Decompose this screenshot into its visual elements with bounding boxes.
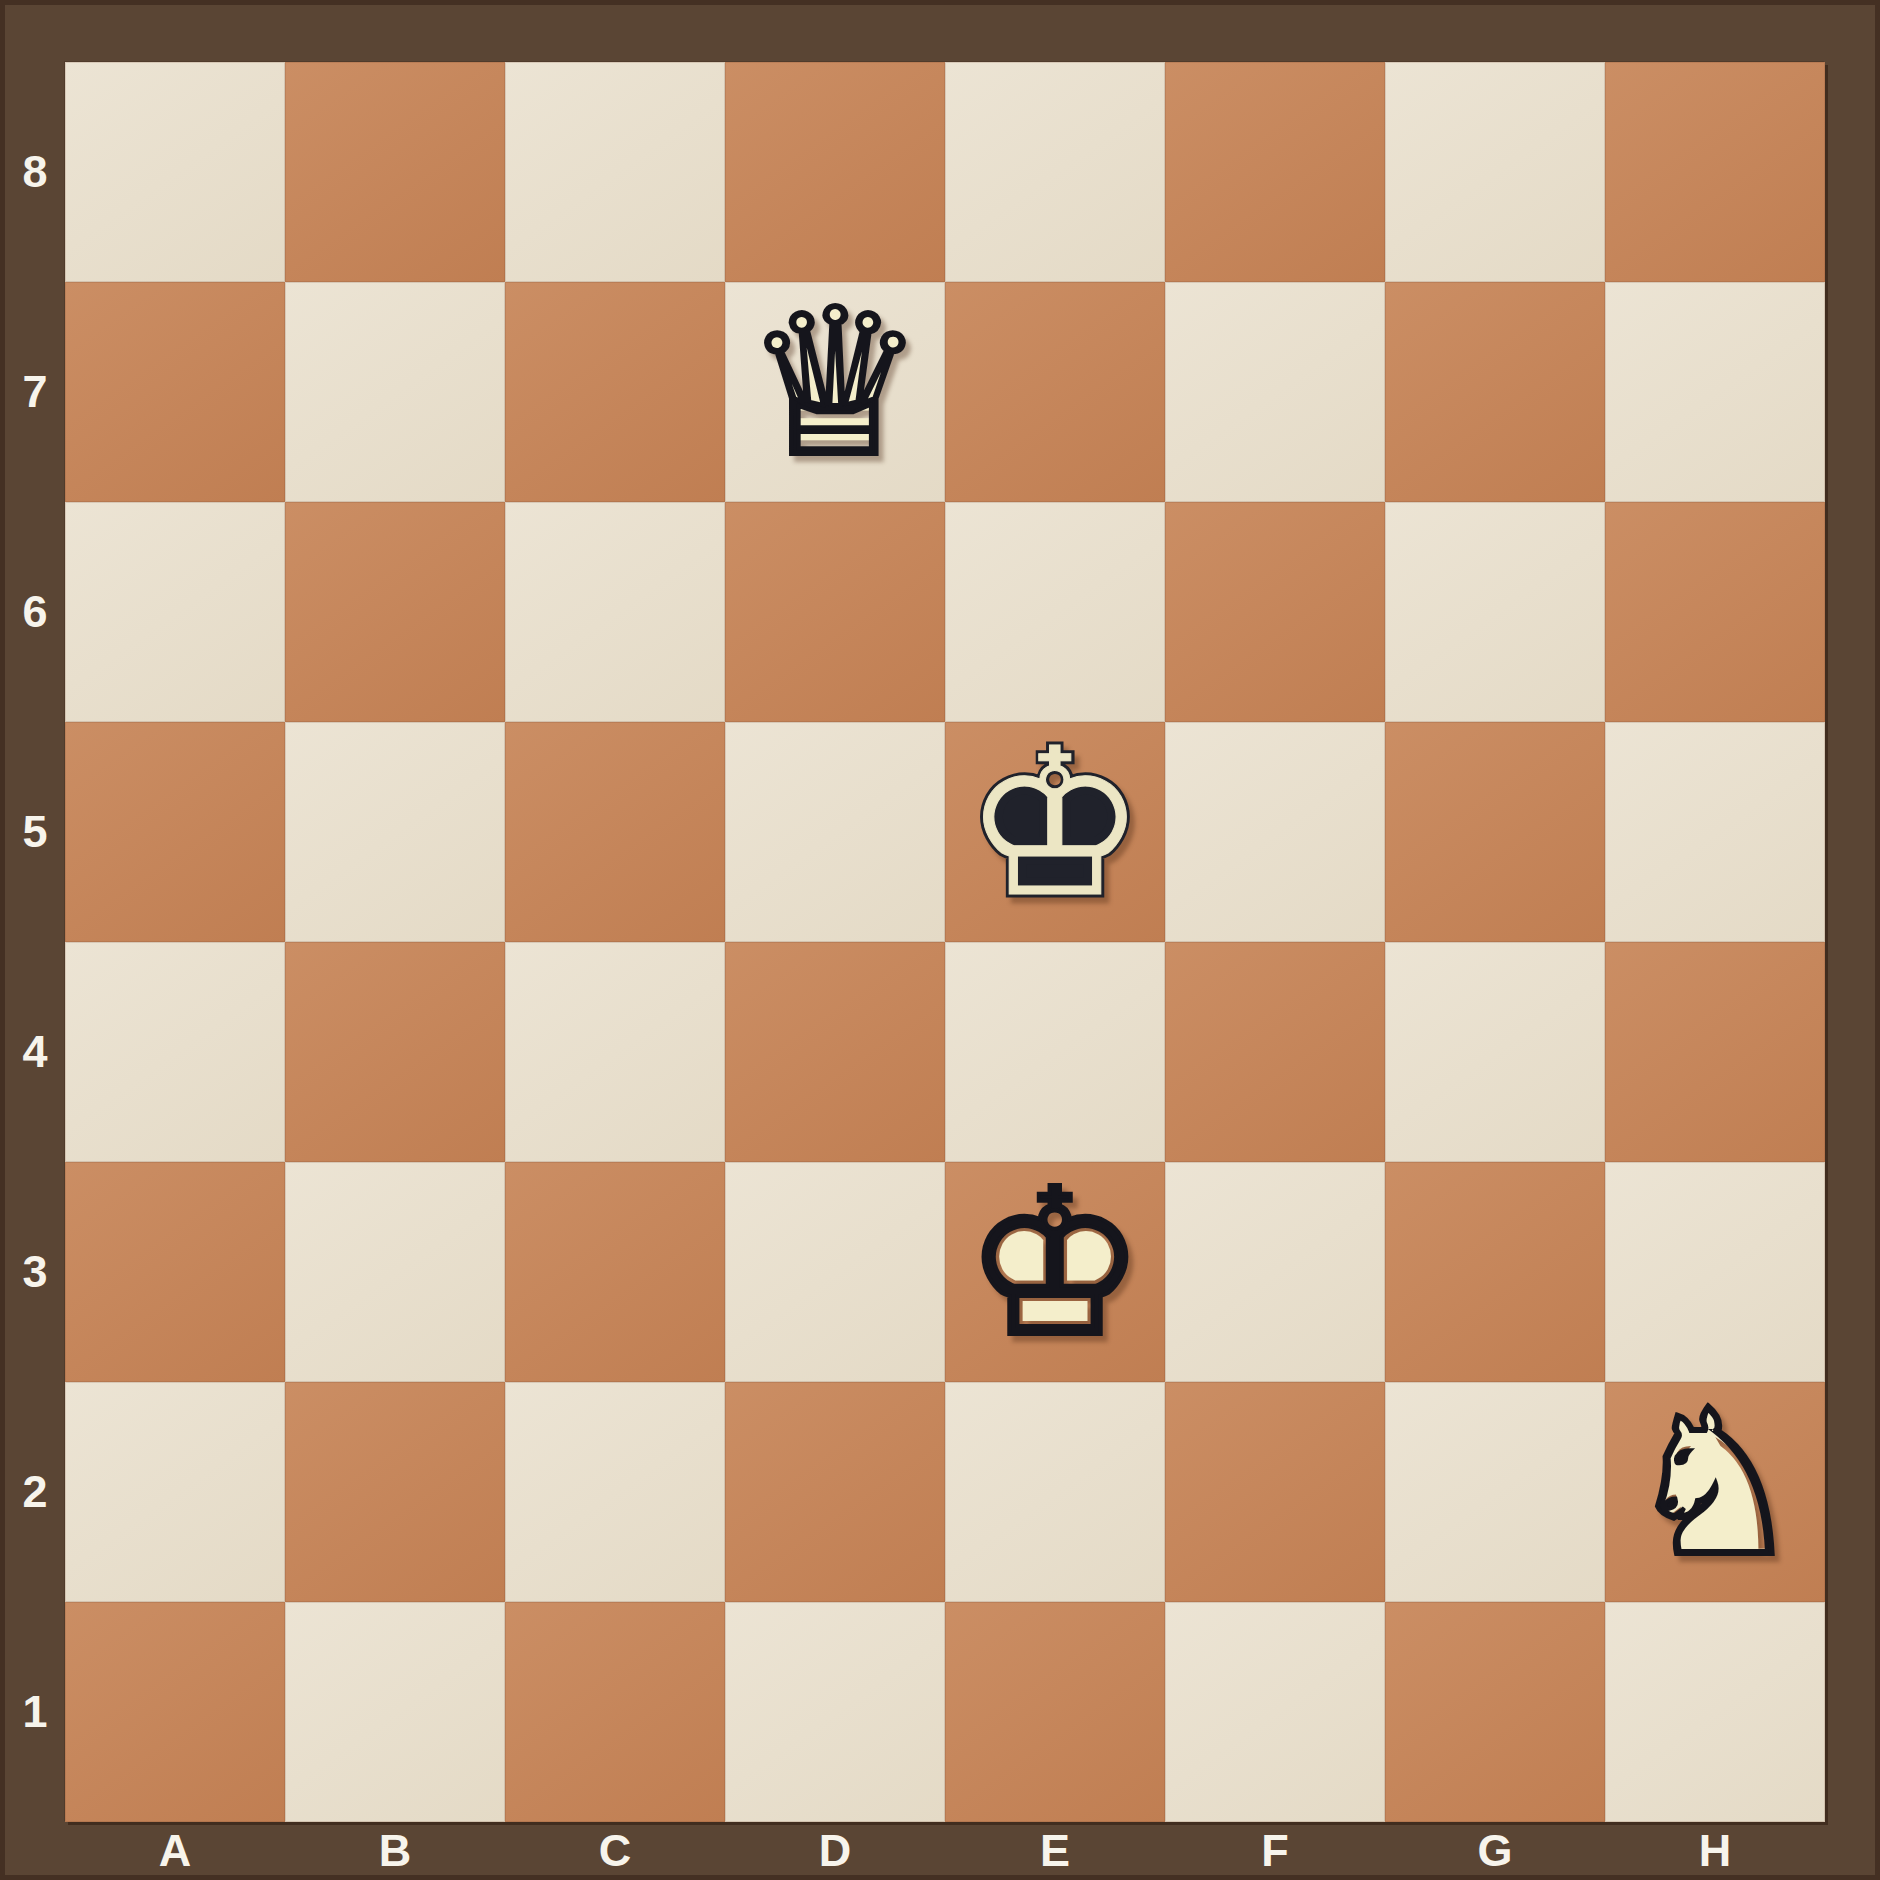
square-b8[interactable] xyxy=(285,62,505,282)
file-label-h: H xyxy=(1605,1822,1825,1880)
black-king-glyph-outline: ♔ xyxy=(964,722,1147,926)
board-frame: 87654321 ABCDEFGH ♛♕♚♔♚♔♞♘ xyxy=(0,0,1880,1880)
rank-label-6: 6 xyxy=(5,502,65,722)
board: ♛♕♚♔♚♔♞♘ xyxy=(65,62,1825,1822)
black-king[interactable]: ♚♔ xyxy=(945,722,1165,942)
square-a5[interactable] xyxy=(65,722,285,942)
rank-label-7: 7 xyxy=(5,282,65,502)
rank-label-3: 3 xyxy=(5,1162,65,1382)
square-g5[interactable] xyxy=(1385,722,1605,942)
square-d8[interactable] xyxy=(725,62,945,282)
square-d4[interactable] xyxy=(725,942,945,1162)
square-c7[interactable] xyxy=(505,282,725,502)
square-c5[interactable] xyxy=(505,722,725,942)
square-h5[interactable] xyxy=(1605,722,1825,942)
square-d7[interactable]: ♛♕ xyxy=(725,282,945,502)
square-f3[interactable] xyxy=(1165,1162,1385,1382)
rank-label-8: 8 xyxy=(5,62,65,282)
square-d6[interactable] xyxy=(725,502,945,722)
file-label-c: C xyxy=(505,1822,725,1880)
square-g4[interactable] xyxy=(1385,942,1605,1162)
square-d2[interactable] xyxy=(725,1382,945,1602)
square-e1[interactable] xyxy=(945,1602,1165,1822)
rank-labels: 87654321 xyxy=(5,62,65,1822)
square-c3[interactable] xyxy=(505,1162,725,1382)
square-b6[interactable] xyxy=(285,502,505,722)
square-d1[interactable] xyxy=(725,1602,945,1822)
square-f2[interactable] xyxy=(1165,1382,1385,1602)
square-e4[interactable] xyxy=(945,942,1165,1162)
white-queen[interactable]: ♛♕ xyxy=(725,282,945,502)
square-e2[interactable] xyxy=(945,1382,1165,1602)
square-a4[interactable] xyxy=(65,942,285,1162)
square-b3[interactable] xyxy=(285,1162,505,1382)
square-g7[interactable] xyxy=(1385,282,1605,502)
file-label-e: E xyxy=(945,1822,1165,1880)
square-g1[interactable] xyxy=(1385,1602,1605,1822)
square-f5[interactable] xyxy=(1165,722,1385,942)
square-h4[interactable] xyxy=(1605,942,1825,1162)
square-c2[interactable] xyxy=(505,1382,725,1602)
square-b1[interactable] xyxy=(285,1602,505,1822)
rank-label-4: 4 xyxy=(5,942,65,1162)
file-label-b: B xyxy=(285,1822,505,1880)
square-b5[interactable] xyxy=(285,722,505,942)
square-g2[interactable] xyxy=(1385,1382,1605,1602)
square-a2[interactable] xyxy=(65,1382,285,1602)
square-a3[interactable] xyxy=(65,1162,285,1382)
white-knight[interactable]: ♞♘ xyxy=(1605,1382,1825,1602)
square-e6[interactable] xyxy=(945,502,1165,722)
square-h6[interactable] xyxy=(1605,502,1825,722)
square-f1[interactable] xyxy=(1165,1602,1385,1822)
file-label-g: G xyxy=(1385,1822,1605,1880)
square-d5[interactable] xyxy=(725,722,945,942)
white-king[interactable]: ♚♔ xyxy=(945,1162,1165,1382)
white-knight-glyph-outline: ♘ xyxy=(1624,1382,1807,1586)
white-queen-glyph-outline: ♕ xyxy=(744,282,927,486)
square-h7[interactable] xyxy=(1605,282,1825,502)
square-e8[interactable] xyxy=(945,62,1165,282)
square-a6[interactable] xyxy=(65,502,285,722)
square-h3[interactable] xyxy=(1605,1162,1825,1382)
square-f6[interactable] xyxy=(1165,502,1385,722)
square-b4[interactable] xyxy=(285,942,505,1162)
rank-label-5: 5 xyxy=(5,722,65,942)
file-labels: ABCDEFGH xyxy=(65,1822,1825,1880)
square-b2[interactable] xyxy=(285,1382,505,1602)
square-a7[interactable] xyxy=(65,282,285,502)
square-g3[interactable] xyxy=(1385,1162,1605,1382)
square-f4[interactable] xyxy=(1165,942,1385,1162)
square-h8[interactable] xyxy=(1605,62,1825,282)
square-a8[interactable] xyxy=(65,62,285,282)
square-f8[interactable] xyxy=(1165,62,1385,282)
square-d3[interactable] xyxy=(725,1162,945,1382)
square-c8[interactable] xyxy=(505,62,725,282)
square-g6[interactable] xyxy=(1385,502,1605,722)
rank-label-1: 1 xyxy=(5,1602,65,1822)
square-e3[interactable]: ♚♔ xyxy=(945,1162,1165,1382)
square-b7[interactable] xyxy=(285,282,505,502)
square-g8[interactable] xyxy=(1385,62,1605,282)
file-label-f: F xyxy=(1165,1822,1385,1880)
square-c1[interactable] xyxy=(505,1602,725,1822)
square-h1[interactable] xyxy=(1605,1602,1825,1822)
square-e5[interactable]: ♚♔ xyxy=(945,722,1165,942)
square-e7[interactable] xyxy=(945,282,1165,502)
square-c4[interactable] xyxy=(505,942,725,1162)
square-a1[interactable] xyxy=(65,1602,285,1822)
square-h2[interactable]: ♞♘ xyxy=(1605,1382,1825,1602)
file-label-d: D xyxy=(725,1822,945,1880)
square-c6[interactable] xyxy=(505,502,725,722)
white-king-glyph-outline: ♔ xyxy=(964,1162,1147,1366)
rank-label-2: 2 xyxy=(5,1382,65,1602)
square-f7[interactable] xyxy=(1165,282,1385,502)
file-label-a: A xyxy=(65,1822,285,1880)
